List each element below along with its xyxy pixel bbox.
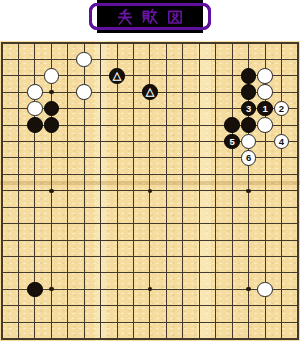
triangle-stone-black: △	[142, 84, 158, 100]
grid-line	[1, 256, 299, 257]
move-number: 3	[246, 104, 251, 114]
stone-white	[76, 84, 92, 100]
stone-white	[257, 84, 273, 100]
star-point	[49, 90, 53, 94]
stone-black	[27, 117, 43, 133]
triangle-mark-icon: △	[113, 70, 121, 81]
triangle-stone-black: △	[109, 68, 125, 84]
grid-line	[1, 207, 299, 208]
move-number: 4	[279, 137, 284, 147]
stone-white	[257, 282, 273, 298]
stone-white	[257, 117, 273, 133]
stone-white	[27, 84, 43, 100]
title-frame-border	[89, 3, 211, 30]
grid-line	[281, 42, 282, 340]
grid-line	[297, 42, 299, 340]
stone-white	[27, 101, 43, 117]
stone-black	[27, 282, 43, 298]
move-number: 6	[246, 153, 251, 163]
grid-line	[182, 42, 183, 340]
stone-black	[241, 117, 257, 133]
stone-white	[257, 68, 273, 84]
stone-black	[44, 117, 60, 133]
grid-line	[166, 42, 167, 340]
move-5-stone-black: 5	[224, 134, 240, 150]
grid-line	[1, 240, 299, 241]
go-diagram: 失敗図 △△123456	[0, 0, 300, 341]
grid-line	[1, 223, 299, 224]
stone-black	[241, 68, 257, 84]
grid-line	[215, 42, 216, 340]
move-6-stone-white: 6	[241, 150, 257, 166]
grid-line	[199, 42, 200, 340]
diagram-title: 失敗図	[88, 0, 212, 34]
grid-line	[1, 322, 299, 323]
star-point	[246, 189, 250, 193]
grid-line	[1, 272, 299, 273]
grid-line	[1, 338, 299, 340]
star-point	[49, 287, 53, 291]
grid-line	[1, 305, 299, 306]
star-point	[49, 189, 53, 193]
stone-white	[76, 52, 92, 68]
triangle-mark-icon: △	[146, 86, 154, 97]
stone-white	[44, 68, 60, 84]
star-point	[148, 189, 152, 193]
move-number: 5	[230, 137, 235, 147]
move-number: 2	[279, 104, 284, 114]
move-number: 1	[262, 104, 267, 114]
stone-black	[224, 117, 240, 133]
grid-line	[232, 42, 233, 340]
